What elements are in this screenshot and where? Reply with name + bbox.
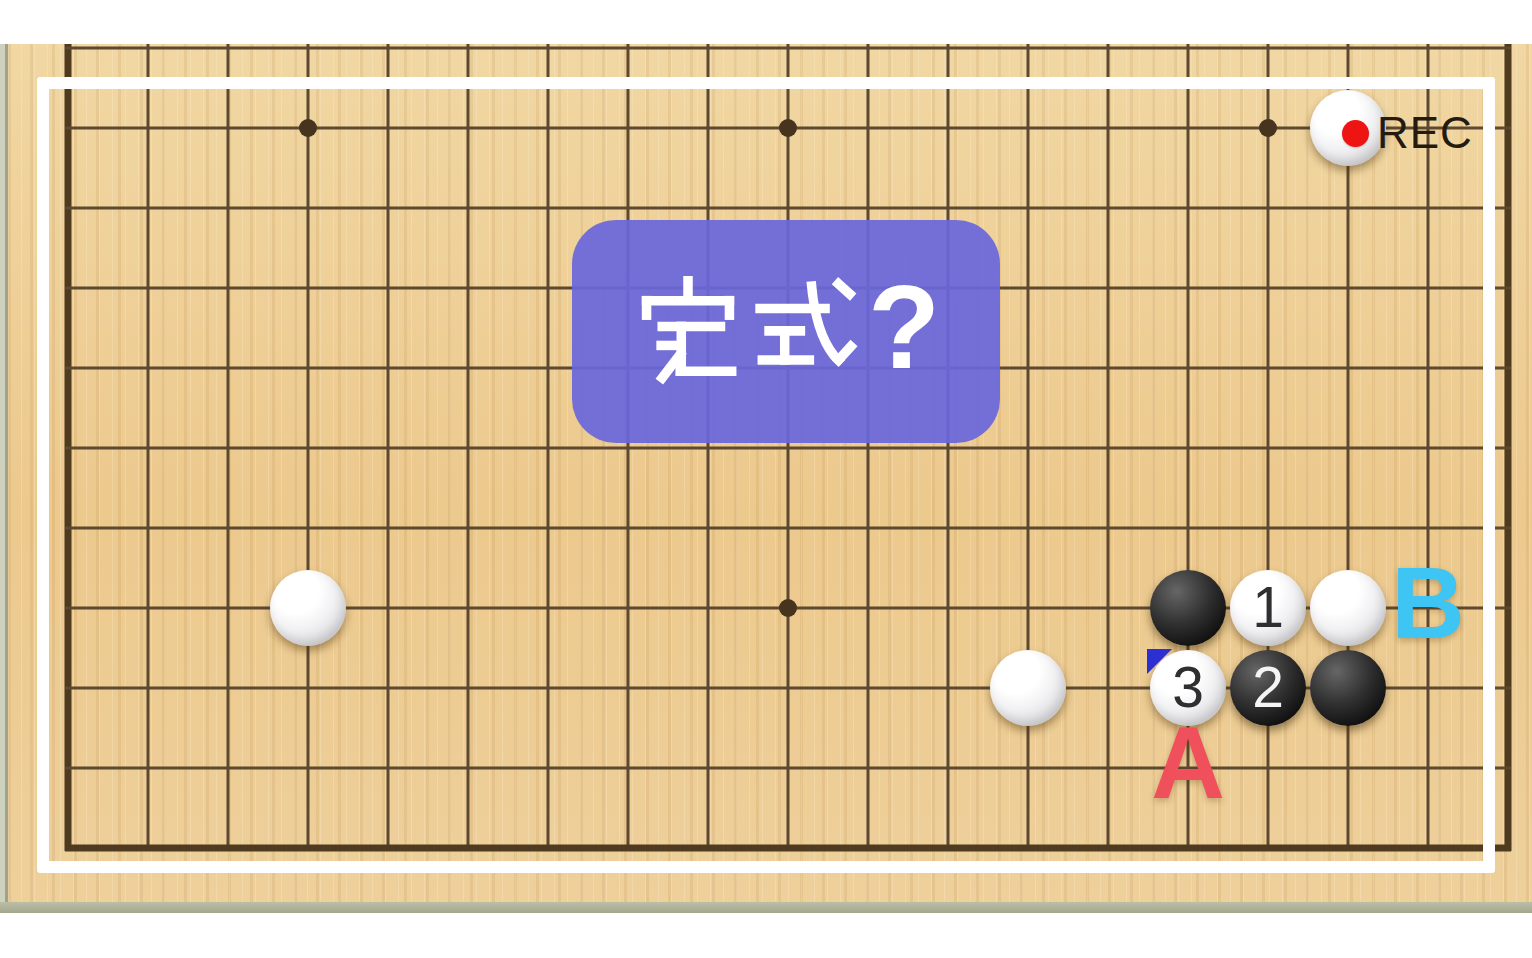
kanji-shi-glyph xyxy=(750,276,862,388)
rec-dot-icon xyxy=(1342,120,1369,147)
board-left-side-strip xyxy=(0,44,8,910)
highlight-frame xyxy=(37,77,1495,873)
rec-label: REC xyxy=(1377,111,1473,155)
kanji-ding-glyph xyxy=(632,276,744,388)
joseki-banner: ? 定式? xyxy=(572,220,1000,443)
video-frame: 132 AB ? 定式? REC xyxy=(0,0,1532,958)
banner-question-mark: ? xyxy=(868,268,940,386)
rec-indicator: REC xyxy=(1342,111,1473,155)
board-front-edge-strip xyxy=(0,902,1532,913)
